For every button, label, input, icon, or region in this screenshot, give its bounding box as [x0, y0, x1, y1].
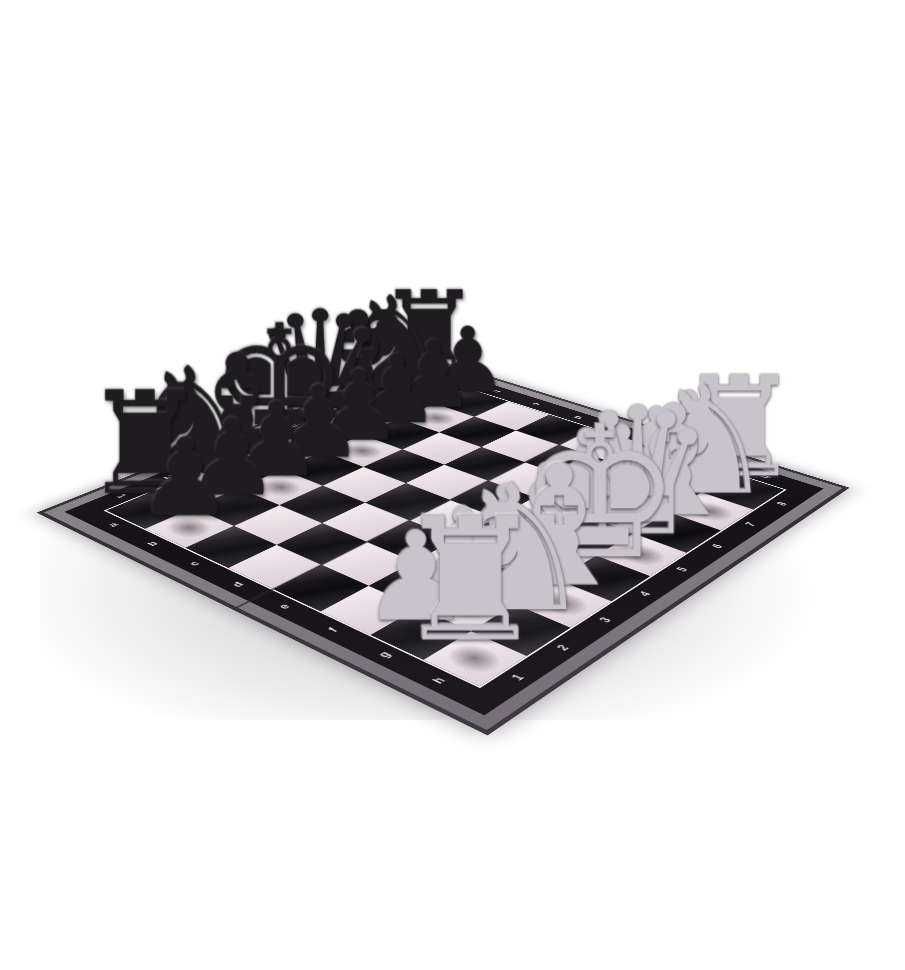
black-pawn-b1: ♟ [96, 427, 273, 530]
playing-area: ♜♟♟♜♞♟♟♞♝♟♟♝♛♟♟♛♚♟♟♚♝♟♟♝♞♟♟♞♜♟♟♜ [107, 377, 784, 687]
photo-canvas: ♜♟♟♜♞♟♟♞♝♟♟♝♛♟♟♛♚♟♟♚♝♟♟♝♞♟♟♞♜♟♟♜ aa11bb2… [0, 0, 905, 970]
chessboard: ♜♟♟♜♞♟♟♞♝♟♟♝♛♟♟♛♚♟♟♚♝♟♟♝♞♟♟♞♜♟♟♜ aa11bb2… [37, 357, 850, 736]
scene: ♜♟♟♜♞♟♟♞♝♟♟♝♛♟♟♛♚♟♟♚♝♟♟♝♞♟♟♞♜♟♟♜ aa11bb2… [0, 0, 905, 970]
white-rook-h1: ♜ [367, 499, 574, 661]
